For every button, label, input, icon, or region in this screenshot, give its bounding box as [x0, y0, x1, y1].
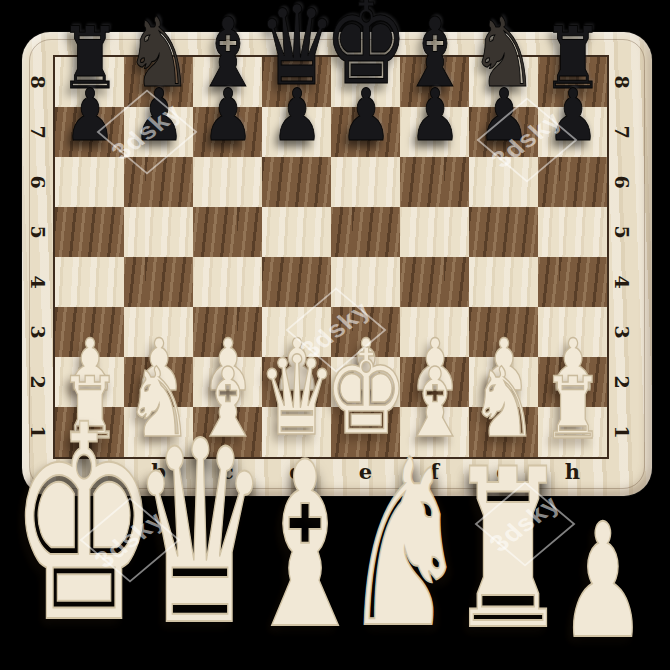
square-a7[interactable]: ♟ — [55, 107, 124, 157]
square-e5[interactable] — [331, 207, 400, 257]
piece-black-rook-a8[interactable]: ♜ — [59, 15, 121, 101]
square-c6[interactable] — [193, 157, 262, 207]
rank-label: 8 — [606, 57, 638, 107]
square-g3[interactable] — [469, 307, 538, 357]
rank-label-text: 4 — [27, 275, 49, 288]
piece-black-bishop-f8[interactable]: ♝ — [400, 5, 469, 101]
rank-label-text: 3 — [611, 325, 633, 338]
square-d7[interactable]: ♟ — [262, 107, 331, 157]
square-g8[interactable]: ♞ — [469, 57, 538, 107]
rank-label: 7 — [22, 107, 54, 157]
square-h3[interactable] — [538, 307, 607, 357]
square-b8[interactable]: ♞ — [124, 57, 193, 107]
square-g6[interactable] — [469, 157, 538, 207]
square-f8[interactable]: ♝ — [400, 57, 469, 107]
rank-label-text: 6 — [27, 175, 49, 188]
square-b4[interactable] — [124, 257, 193, 307]
rank-label: 8 — [22, 57, 54, 107]
rank-label-text: 4 — [611, 275, 633, 288]
rank-label: 7 — [606, 107, 638, 157]
display-piece-rook: ♜ — [447, 440, 569, 660]
rank-labels-right: 87654321 — [606, 57, 638, 457]
square-c3[interactable] — [193, 307, 262, 357]
display-piece-pawn: ♟ — [559, 502, 647, 660]
square-a8[interactable]: ♜ — [55, 57, 124, 107]
square-g2[interactable]: ♟ — [469, 357, 538, 407]
square-h2[interactable]: ♟ — [538, 357, 607, 407]
square-g5[interactable] — [469, 207, 538, 257]
rank-label-text: 5 — [27, 225, 49, 238]
square-d2[interactable]: ♟ — [262, 357, 331, 407]
square-c4[interactable] — [193, 257, 262, 307]
rank-label: 5 — [22, 207, 54, 257]
rank-label: 6 — [22, 157, 54, 207]
rank-label: 1 — [606, 407, 638, 457]
rank-label-text: 2 — [611, 375, 633, 388]
square-f6[interactable] — [400, 157, 469, 207]
square-d3[interactable] — [262, 307, 331, 357]
square-e4[interactable] — [331, 257, 400, 307]
rank-label-text: 6 — [611, 175, 633, 188]
square-d8[interactable]: ♛ — [262, 57, 331, 107]
piece-black-king-e8[interactable]: ♚ — [323, 0, 408, 101]
square-e6[interactable] — [331, 157, 400, 207]
rank-label-text: 3 — [27, 325, 49, 338]
square-a5[interactable] — [55, 207, 124, 257]
square-h5[interactable] — [538, 207, 607, 257]
rank-label-text: 1 — [611, 425, 633, 438]
square-c7[interactable]: ♟ — [193, 107, 262, 157]
piece-black-knight-g8[interactable]: ♞ — [469, 5, 538, 101]
square-g4[interactable] — [469, 257, 538, 307]
square-e3[interactable] — [331, 307, 400, 357]
square-f5[interactable] — [400, 207, 469, 257]
square-d5[interactable] — [262, 207, 331, 257]
square-c8[interactable]: ♝ — [193, 57, 262, 107]
square-a6[interactable] — [55, 157, 124, 207]
square-d6[interactable] — [262, 157, 331, 207]
piece-black-queen-d8[interactable]: ♛ — [257, 0, 336, 101]
square-e7[interactable]: ♟ — [331, 107, 400, 157]
square-f2[interactable]: ♟ — [400, 357, 469, 407]
piece-black-knight-b8[interactable]: ♞ — [124, 5, 193, 101]
rank-label: 3 — [606, 307, 638, 357]
square-g7[interactable]: ♟ — [469, 107, 538, 157]
square-h8[interactable]: ♜ — [538, 57, 607, 107]
square-e2[interactable]: ♟ — [331, 357, 400, 407]
rank-label: 3 — [22, 307, 54, 357]
square-b6[interactable] — [124, 157, 193, 207]
rank-label: 4 — [22, 257, 54, 307]
square-f4[interactable] — [400, 257, 469, 307]
piece-black-rook-h8[interactable]: ♜ — [542, 15, 604, 101]
rank-label: 5 — [606, 207, 638, 257]
square-h7[interactable]: ♟ — [538, 107, 607, 157]
square-e8[interactable]: ♚ — [331, 57, 400, 107]
square-d4[interactable] — [262, 257, 331, 307]
rank-label: 4 — [606, 257, 638, 307]
square-c5[interactable] — [193, 207, 262, 257]
rank-label: 6 — [606, 157, 638, 207]
square-h4[interactable] — [538, 257, 607, 307]
rank-label-text: 7 — [611, 125, 633, 138]
piece-black-bishop-c8[interactable]: ♝ — [193, 5, 262, 101]
square-b3[interactable] — [124, 307, 193, 357]
square-a3[interactable] — [55, 307, 124, 357]
rank-label-text: 8 — [611, 75, 633, 88]
square-f3[interactable] — [400, 307, 469, 357]
square-f7[interactable]: ♟ — [400, 107, 469, 157]
square-a4[interactable] — [55, 257, 124, 307]
square-b5[interactable] — [124, 207, 193, 257]
rank-label-text: 8 — [27, 75, 49, 88]
square-h6[interactable] — [538, 157, 607, 207]
square-b7[interactable]: ♟ — [124, 107, 193, 157]
rank-label-text: 5 — [611, 225, 633, 238]
rank-label-text: 7 — [27, 125, 49, 138]
scene: 87654321 87654321 bcdefgh ♜♞♝♛♚♝♞♜♟♟♟♟♟♟… — [0, 0, 670, 670]
rank-label: 2 — [606, 357, 638, 407]
